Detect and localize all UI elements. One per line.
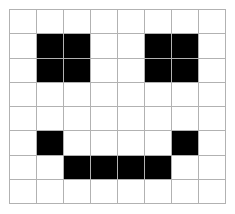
grid-cell bbox=[37, 156, 63, 179]
grid-cell bbox=[91, 180, 117, 203]
grid-cell bbox=[37, 59, 63, 82]
grid-cell bbox=[91, 156, 117, 179]
grid-cell bbox=[91, 107, 117, 130]
grid-cell bbox=[172, 156, 198, 179]
grid-cell bbox=[172, 34, 198, 57]
grid-cell bbox=[10, 10, 36, 33]
grid-cell bbox=[199, 107, 225, 130]
grid-cell bbox=[145, 180, 171, 203]
grid-cell bbox=[91, 34, 117, 57]
grid-cell bbox=[37, 83, 63, 106]
grid-cell bbox=[145, 10, 171, 33]
grid-cell bbox=[172, 59, 198, 82]
grid-cell bbox=[172, 10, 198, 33]
grid-cell bbox=[145, 83, 171, 106]
grid-cell bbox=[199, 59, 225, 82]
grid-cell bbox=[10, 59, 36, 82]
grid-cell bbox=[91, 59, 117, 82]
grid-cell bbox=[91, 10, 117, 33]
grid-cell bbox=[199, 10, 225, 33]
grid-cell bbox=[145, 59, 171, 82]
grid-cell bbox=[10, 180, 36, 203]
grid-cell bbox=[64, 107, 90, 130]
grid-cell bbox=[64, 59, 90, 82]
grid-cell bbox=[172, 131, 198, 154]
grid-cell bbox=[64, 131, 90, 154]
grid-cell bbox=[118, 10, 144, 33]
grid-cell bbox=[172, 180, 198, 203]
grid-cell bbox=[37, 180, 63, 203]
grid-cell bbox=[118, 34, 144, 57]
grid-cell bbox=[118, 107, 144, 130]
pixel-grid bbox=[9, 9, 226, 204]
grid-cell bbox=[118, 83, 144, 106]
grid-cell bbox=[64, 34, 90, 57]
grid-cell bbox=[37, 131, 63, 154]
grid-cell bbox=[64, 180, 90, 203]
grid-cell bbox=[118, 156, 144, 179]
grid-cell bbox=[64, 10, 90, 33]
grid-cell bbox=[64, 83, 90, 106]
grid-cell bbox=[118, 180, 144, 203]
grid-cell bbox=[10, 107, 36, 130]
grid-cell bbox=[199, 83, 225, 106]
grid-cell bbox=[64, 156, 90, 179]
grid-cell bbox=[145, 107, 171, 130]
grid-cell bbox=[199, 156, 225, 179]
grid-cell bbox=[10, 131, 36, 154]
grid-cell bbox=[10, 83, 36, 106]
grid-cell bbox=[37, 10, 63, 33]
grid-cell bbox=[10, 156, 36, 179]
grid-cell bbox=[10, 34, 36, 57]
grid-cell bbox=[145, 156, 171, 179]
grid-cell bbox=[199, 131, 225, 154]
grid-cell bbox=[91, 83, 117, 106]
grid-cell bbox=[172, 83, 198, 106]
grid-cell bbox=[118, 131, 144, 154]
grid-cell bbox=[91, 131, 117, 154]
grid-cell bbox=[145, 34, 171, 57]
grid-cell bbox=[118, 59, 144, 82]
grid-cell bbox=[145, 131, 171, 154]
grid-cell bbox=[199, 180, 225, 203]
grid-cell bbox=[199, 34, 225, 57]
grid-cell bbox=[172, 107, 198, 130]
grid-cell bbox=[37, 107, 63, 130]
grid-cell bbox=[37, 34, 63, 57]
